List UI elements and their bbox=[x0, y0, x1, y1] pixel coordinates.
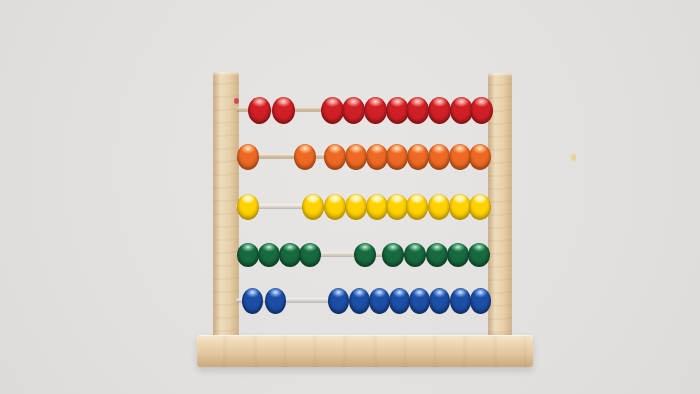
yellow-bead-8[interactable] bbox=[428, 194, 450, 220]
orange-bead-4[interactable] bbox=[345, 144, 367, 170]
red-bead-10[interactable] bbox=[470, 97, 493, 124]
green-bead-2[interactable] bbox=[258, 243, 280, 267]
green-bead-9[interactable] bbox=[447, 243, 469, 267]
green-bead-3[interactable] bbox=[279, 243, 301, 267]
blue-bead-5[interactable] bbox=[369, 288, 390, 314]
orange-bead-1[interactable] bbox=[237, 144, 259, 170]
green-bead-10[interactable] bbox=[468, 243, 490, 267]
green-bead-1[interactable] bbox=[237, 243, 259, 267]
blue-bead-1[interactable] bbox=[242, 288, 263, 314]
red-bead-3[interactable] bbox=[321, 97, 344, 124]
blue-bead-2[interactable] bbox=[265, 288, 286, 314]
yellow-bead-10[interactable] bbox=[469, 194, 491, 220]
orange-bead-10[interactable] bbox=[469, 144, 491, 170]
blue-bead-7[interactable] bbox=[409, 288, 430, 314]
red-bead-5[interactable] bbox=[364, 97, 387, 124]
orange-bead-8[interactable] bbox=[428, 144, 450, 170]
orange-bead-2[interactable] bbox=[294, 144, 316, 170]
green-bead-6[interactable] bbox=[382, 243, 404, 267]
green-bead-8[interactable] bbox=[426, 243, 448, 267]
abacus bbox=[0, 0, 700, 394]
blue-bead-4[interactable] bbox=[349, 288, 370, 314]
red-paint-speck bbox=[234, 98, 239, 104]
red-bead-2[interactable] bbox=[272, 97, 295, 124]
green-bead-4[interactable] bbox=[299, 243, 321, 267]
blue-bead-8[interactable] bbox=[429, 288, 450, 314]
green-bead-5[interactable] bbox=[354, 243, 376, 267]
red-bead-4[interactable] bbox=[342, 97, 365, 124]
orange-bead-3[interactable] bbox=[324, 144, 346, 170]
yellow-bead-9[interactable] bbox=[449, 194, 471, 220]
blue-bead-10[interactable] bbox=[470, 288, 491, 314]
yellow-bead-5[interactable] bbox=[366, 194, 388, 220]
orange-bead-7[interactable] bbox=[407, 144, 429, 170]
frame-base bbox=[197, 335, 533, 367]
red-bead-7[interactable] bbox=[406, 97, 429, 124]
yellow-bead-7[interactable] bbox=[406, 194, 428, 220]
yellow-paint-speck bbox=[571, 154, 576, 161]
yellow-bead-6[interactable] bbox=[386, 194, 408, 220]
orange-bead-6[interactable] bbox=[386, 144, 408, 170]
yellow-bead-3[interactable] bbox=[324, 194, 346, 220]
red-bead-1[interactable] bbox=[248, 97, 271, 124]
orange-bead-5[interactable] bbox=[366, 144, 388, 170]
blue-bead-6[interactable] bbox=[389, 288, 410, 314]
yellow-bead-4[interactable] bbox=[345, 194, 367, 220]
blue-bead-9[interactable] bbox=[450, 288, 471, 314]
yellow-bead-1[interactable] bbox=[237, 194, 259, 220]
green-bead-7[interactable] bbox=[404, 243, 426, 267]
yellow-bead-2[interactable] bbox=[302, 194, 324, 220]
red-bead-8[interactable] bbox=[428, 97, 451, 124]
orange-bead-9[interactable] bbox=[449, 144, 471, 170]
blue-bead-3[interactable] bbox=[328, 288, 349, 314]
